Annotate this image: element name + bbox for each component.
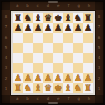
file-label-f: f	[67, 4, 69, 8]
file-labels-top: abcdefgh	[12, 3, 94, 9]
square-f8[interactable]: ♝	[63, 13, 73, 23]
square-a4[interactable]	[13, 53, 23, 63]
piece-white-pawn[interactable]: ♟	[83, 73, 93, 83]
square-c8[interactable]: ♝	[33, 13, 43, 23]
piece-black-pawn[interactable]: ♟	[53, 23, 63, 33]
file-label-a: a	[16, 97, 18, 101]
file-label-h: h	[88, 4, 90, 8]
rank-label-6: 6	[98, 36, 100, 40]
square-e5[interactable]	[53, 43, 63, 53]
square-h7[interactable]: ♟	[83, 23, 93, 33]
file-label-g: g	[77, 97, 79, 101]
square-c3[interactable]	[33, 63, 43, 73]
square-c6[interactable]	[33, 33, 43, 43]
piece-white-pawn[interactable]: ♟	[73, 73, 83, 83]
chess-app-window: abcdefgh abcdefgh 87654321 87654321 ♜♞♝♛…	[0, 0, 105, 105]
square-g5[interactable]	[73, 43, 83, 53]
rank-label-5: 5	[5, 46, 7, 50]
square-d6[interactable]	[43, 33, 53, 43]
file-label-b: b	[26, 97, 28, 101]
frame-corner-top-left	[1, 1, 10, 10]
square-a8[interactable]: ♜	[13, 13, 23, 23]
piece-black-pawn[interactable]: ♟	[23, 23, 33, 33]
square-g1[interactable]: ♞	[73, 83, 83, 93]
frame-corner-bottom-right	[95, 95, 104, 104]
square-d7[interactable]: ♟	[43, 23, 53, 33]
square-e8[interactable]: ♚	[53, 13, 63, 23]
piece-white-pawn[interactable]: ♟	[53, 73, 63, 83]
square-d1[interactable]: ♛	[43, 83, 53, 93]
rank-labels-right: 87654321	[96, 12, 102, 94]
square-h1[interactable]: ♜	[83, 83, 93, 93]
rank-label-5: 5	[98, 46, 100, 50]
rank-label-1: 1	[98, 87, 100, 91]
piece-white-knight[interactable]: ♞	[73, 83, 83, 93]
rank-label-7: 7	[5, 25, 7, 29]
chess-board: ♜♞♝♛♚♝♞♜♟♟♟♟♟♟♟♟♟♟♟♟♟♟♟♟♜♞♝♛♚♝♞♜	[13, 13, 93, 93]
square-h2[interactable]: ♟	[83, 73, 93, 83]
square-a6[interactable]	[13, 33, 23, 43]
frame-notch-top	[48, 1, 58, 3]
square-f5[interactable]	[63, 43, 73, 53]
square-h3[interactable]	[83, 63, 93, 73]
square-f2[interactable]: ♟	[63, 73, 73, 83]
square-b3[interactable]	[23, 63, 33, 73]
square-e2[interactable]: ♟	[53, 73, 63, 83]
square-h4[interactable]	[83, 53, 93, 63]
square-d3[interactable]	[43, 63, 53, 73]
piece-white-pawn[interactable]: ♟	[13, 73, 23, 83]
rank-label-1: 1	[5, 87, 7, 91]
square-e6[interactable]	[53, 33, 63, 43]
rank-label-3: 3	[98, 66, 100, 70]
file-label-e: e	[57, 4, 59, 8]
rank-label-6: 6	[5, 36, 7, 40]
square-g6[interactable]	[73, 33, 83, 43]
piece-black-pawn[interactable]: ♟	[13, 23, 23, 33]
square-d8[interactable]: ♛	[43, 13, 53, 23]
file-label-g: g	[77, 4, 79, 8]
square-f3[interactable]	[63, 63, 73, 73]
square-b7[interactable]: ♟	[23, 23, 33, 33]
rank-label-8: 8	[98, 15, 100, 19]
piece-black-queen[interactable]: ♛	[43, 13, 53, 23]
rank-label-3: 3	[5, 66, 7, 70]
square-f7[interactable]: ♟	[63, 23, 73, 33]
piece-black-pawn[interactable]: ♟	[63, 23, 73, 33]
square-g4[interactable]	[73, 53, 83, 63]
piece-black-bishop[interactable]: ♝	[63, 13, 73, 23]
square-c7[interactable]: ♟	[33, 23, 43, 33]
piece-black-rook[interactable]: ♜	[13, 13, 23, 23]
board-wooden-frame: abcdefgh abcdefgh 87654321 87654321 ♜♞♝♛…	[1, 1, 104, 104]
square-c4[interactable]	[33, 53, 43, 63]
square-a5[interactable]	[13, 43, 23, 53]
piece-black-king[interactable]: ♚	[53, 13, 63, 23]
square-b8[interactable]: ♞	[23, 13, 33, 23]
square-a2[interactable]: ♟	[13, 73, 23, 83]
piece-white-knight[interactable]: ♞	[23, 83, 33, 93]
rank-label-4: 4	[98, 56, 100, 60]
piece-black-knight[interactable]: ♞	[23, 13, 33, 23]
frame-corner-bottom-left	[1, 95, 10, 104]
file-label-c: c	[36, 97, 38, 101]
square-g3[interactable]	[73, 63, 83, 73]
rank-label-2: 2	[98, 77, 100, 81]
square-d4[interactable]	[43, 53, 53, 63]
square-b6[interactable]	[23, 33, 33, 43]
square-c1[interactable]: ♝	[33, 83, 43, 93]
square-g2[interactable]: ♟	[73, 73, 83, 83]
file-label-c: c	[36, 4, 38, 8]
square-g7[interactable]: ♟	[73, 23, 83, 33]
board-inner-frame: ♜♞♝♛♚♝♞♜♟♟♟♟♟♟♟♟♟♟♟♟♟♟♟♟♜♞♝♛♚♝♞♜	[11, 11, 95, 95]
square-c5[interactable]	[33, 43, 43, 53]
rank-label-8: 8	[5, 15, 7, 19]
rank-label-2: 2	[5, 77, 7, 81]
square-e7[interactable]: ♟	[53, 23, 63, 33]
square-d2[interactable]: ♟	[43, 73, 53, 83]
piece-white-king[interactable]: ♚	[53, 83, 63, 93]
piece-black-pawn[interactable]: ♟	[43, 23, 53, 33]
square-h5[interactable]	[83, 43, 93, 53]
piece-white-pawn[interactable]: ♟	[63, 73, 73, 83]
rank-label-7: 7	[98, 25, 100, 29]
square-b5[interactable]	[23, 43, 33, 53]
square-g8[interactable]: ♞	[73, 13, 83, 23]
file-label-a: a	[16, 4, 18, 8]
square-a1[interactable]: ♜	[13, 83, 23, 93]
piece-white-rook[interactable]: ♜	[13, 83, 23, 93]
square-d5[interactable]	[43, 43, 53, 53]
square-f1[interactable]: ♝	[63, 83, 73, 93]
piece-white-queen[interactable]: ♛	[43, 83, 53, 93]
piece-black-rook[interactable]: ♜	[83, 13, 93, 23]
file-label-e: e	[57, 97, 59, 101]
piece-white-pawn[interactable]: ♟	[43, 73, 53, 83]
square-b2[interactable]: ♟	[23, 73, 33, 83]
square-e4[interactable]	[53, 53, 63, 63]
square-a3[interactable]	[13, 63, 23, 73]
piece-black-knight[interactable]: ♞	[73, 13, 83, 23]
square-f6[interactable]	[63, 33, 73, 43]
square-e1[interactable]: ♚	[53, 83, 63, 93]
piece-white-bishop[interactable]: ♝	[33, 83, 43, 93]
frame-corner-top-right	[95, 1, 104, 10]
file-label-d: d	[47, 97, 49, 101]
piece-white-rook[interactable]: ♜	[83, 83, 93, 93]
rank-label-4: 4	[5, 56, 7, 60]
square-h6[interactable]	[83, 33, 93, 43]
file-label-f: f	[67, 97, 69, 101]
frame-notch-bottom	[48, 102, 58, 104]
file-label-b: b	[26, 4, 28, 8]
piece-white-pawn[interactable]: ♟	[33, 73, 43, 83]
piece-black-pawn[interactable]: ♟	[33, 23, 43, 33]
square-b1[interactable]: ♞	[23, 83, 33, 93]
square-b4[interactable]	[23, 53, 33, 63]
piece-white-pawn[interactable]: ♟	[23, 73, 33, 83]
square-h8[interactable]: ♜	[83, 13, 93, 23]
square-a7[interactable]: ♟	[13, 23, 23, 33]
piece-black-pawn[interactable]: ♟	[73, 23, 83, 33]
square-e3[interactable]	[53, 63, 63, 73]
square-f4[interactable]	[63, 53, 73, 63]
piece-black-pawn[interactable]: ♟	[83, 23, 93, 33]
piece-black-bishop[interactable]: ♝	[33, 13, 43, 23]
rank-labels-left: 87654321	[3, 12, 9, 94]
piece-white-bishop[interactable]: ♝	[63, 83, 73, 93]
file-label-h: h	[88, 97, 90, 101]
file-label-d: d	[47, 4, 49, 8]
square-c2[interactable]: ♟	[33, 73, 43, 83]
